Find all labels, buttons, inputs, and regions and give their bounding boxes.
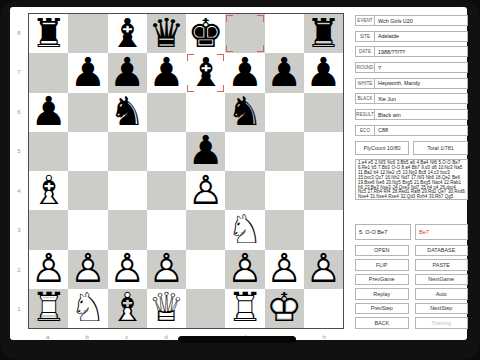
paste-button[interactable]: PASTE	[415, 259, 469, 271]
piece-white-pawn: ♟♙	[68, 250, 107, 289]
current-move-row: 5. O-O Be7 Be7	[355, 224, 468, 240]
meta-value-result: Black win	[374, 109, 468, 120]
database-button[interactable]: DATABASE	[415, 245, 469, 257]
home-indicator	[178, 336, 296, 343]
piece-black-knight: ♞	[225, 93, 264, 132]
meta-row-date: DATE1988/??/??	[355, 46, 468, 57]
square-f1[interactable]: ♜♖	[225, 289, 264, 328]
next-game-button[interactable]: NextGame	[415, 274, 469, 286]
plycount-cell: PlyCount 10/80	[355, 141, 409, 155]
square-c4[interactable]	[108, 171, 147, 210]
square-b7[interactable]: ♟	[68, 53, 107, 92]
training-button: Training	[415, 317, 469, 329]
last-move-corner-marker	[217, 54, 224, 61]
square-e5[interactable]: ♟	[186, 132, 225, 171]
square-b1[interactable]: ♞♘	[68, 289, 107, 328]
meta-value-white: Hepworth, Mandy	[374, 78, 468, 89]
piece-glyph: ♟	[70, 52, 106, 92]
last-move-corner-marker	[226, 15, 233, 22]
piece-white-queen: ♛♕	[147, 289, 186, 328]
last-move-corner-marker	[187, 54, 194, 61]
piece-glyph: ♞	[109, 91, 145, 131]
piece-glyph: ♛	[148, 13, 184, 53]
square-c5[interactable]	[108, 132, 147, 171]
piece-white-bishop: ♝♗	[29, 171, 68, 210]
meta-row-site: SITEAdelaide	[355, 31, 468, 42]
flip-button[interactable]: FLIP	[355, 259, 409, 271]
square-g5[interactable]	[265, 132, 304, 171]
total-cell: Total 1/781	[413, 141, 468, 155]
square-e8[interactable]: ♚	[186, 14, 225, 53]
square-c1[interactable]: ♝♗	[108, 289, 147, 328]
piece-outline: ♙	[227, 248, 263, 288]
square-f6[interactable]: ♞	[225, 93, 264, 132]
square-g8[interactable]	[265, 14, 304, 53]
square-d5[interactable]	[147, 132, 186, 171]
piece-white-rook: ♜♖	[225, 289, 264, 328]
piece-outline: ♙	[109, 248, 145, 288]
piece-glyph: ♟	[305, 52, 341, 92]
piece-outline: ♗	[109, 288, 145, 328]
square-d1[interactable]: ♛♕	[147, 289, 186, 328]
file-label-b: b	[68, 331, 108, 343]
meta-row-eco: ECOC88	[355, 125, 468, 136]
last-move-corner-marker	[257, 45, 264, 52]
last-move-corner-marker	[226, 45, 233, 52]
piece-black-pawn: ♟	[108, 53, 147, 92]
piece-glyph: ♜	[31, 13, 67, 53]
last-move-corner-marker	[187, 85, 194, 92]
rank-label-7: 7	[10, 53, 28, 93]
meta-value-round: ?	[374, 62, 468, 73]
piece-outline: ♙	[188, 170, 224, 210]
piece-black-pawn: ♟	[304, 53, 343, 92]
square-c7[interactable]: ♟	[108, 53, 147, 92]
meta-label-site: SITE	[355, 31, 374, 42]
count-row: PlyCount 10/80 Total 1/781	[355, 141, 468, 155]
square-d2[interactable]: ♟♙	[147, 250, 186, 289]
square-a4[interactable]: ♝♗	[29, 171, 68, 210]
piece-outline: ♙	[70, 248, 106, 288]
rank-label-8: 8	[10, 13, 28, 53]
meta-value-date: 1988/??/??	[374, 46, 468, 57]
square-a2[interactable]: ♟♙	[29, 250, 68, 289]
square-a8[interactable]: ♜	[29, 14, 68, 53]
piece-white-bishop: ♝♗	[108, 289, 147, 328]
next-step-button[interactable]: NextStep	[415, 303, 469, 315]
square-d3[interactable]	[147, 210, 186, 249]
file-label-h: h	[305, 331, 345, 343]
back-button[interactable]: BACK	[355, 317, 409, 329]
square-h4[interactable]	[304, 171, 343, 210]
file-label-a: a	[28, 331, 68, 343]
rank-labels: 87654321	[10, 13, 28, 329]
square-h2[interactable]: ♟♙	[304, 250, 343, 289]
meta-label-date: DATE	[355, 46, 374, 57]
square-b2[interactable]: ♟♙	[68, 250, 107, 289]
square-b4[interactable]	[68, 171, 107, 210]
square-f5[interactable]	[225, 132, 264, 171]
piece-black-bishop: ♝	[108, 14, 147, 53]
piece-outline: ♙	[266, 248, 302, 288]
square-e1[interactable]	[186, 289, 225, 328]
last-move-corner-marker	[217, 85, 224, 92]
square-e2[interactable]	[186, 250, 225, 289]
square-b3[interactable]	[68, 210, 107, 249]
square-b6[interactable]	[68, 93, 107, 132]
piece-outline: ♙	[305, 248, 341, 288]
piece-white-pawn: ♟♙	[29, 250, 68, 289]
piece-black-pawn: ♟	[265, 53, 304, 92]
app-screen: 87654321 ♜♝♛♚♜♟♟♟♝♟♟♟♟♞♞♟♝♗♟♙♞♘♟♙♟♙♟♙♟♙♟…	[10, 7, 467, 340]
open-button[interactable]: OPEN	[355, 245, 409, 257]
piece-white-pawn: ♟♙	[304, 250, 343, 289]
meta-value-black: Xie Jun	[374, 93, 468, 104]
piece-glyph: ♚	[188, 13, 224, 53]
piece-black-rook: ♜	[29, 14, 68, 53]
square-b5[interactable]	[68, 132, 107, 171]
piece-black-pawn: ♟	[186, 132, 225, 171]
piece-glyph: ♟	[148, 52, 184, 92]
meta-label-round: ROUND	[355, 62, 374, 73]
rank-label-5: 5	[10, 132, 28, 172]
square-g2[interactable]: ♟♙	[265, 250, 304, 289]
piece-black-knight: ♞	[108, 93, 147, 132]
square-f4[interactable]	[225, 171, 264, 210]
piece-outline: ♔	[266, 288, 302, 328]
piece-outline: ♕	[148, 288, 184, 328]
meta-table: EVENTWch Girls U20SITEAdelaideDATE1988/?…	[355, 15, 468, 136]
square-c8[interactable]: ♝	[108, 14, 147, 53]
piece-white-knight: ♞♘	[225, 210, 264, 249]
meta-label-event: EVENT	[355, 15, 374, 26]
piece-outline: ♖	[31, 288, 67, 328]
piece-outline: ♘	[70, 288, 106, 328]
square-e7[interactable]: ♝	[186, 53, 225, 92]
rank-label-3: 3	[10, 211, 28, 251]
piece-glyph: ♟	[188, 131, 224, 171]
square-f7[interactable]: ♟	[225, 53, 264, 92]
movetext-box: 1.e4 e5 2.Nf3 Nc6 3.Bb5 a6 4.Ba4 Nf6 5.O…	[355, 159, 468, 200]
square-d4[interactable]	[147, 171, 186, 210]
square-d6[interactable]	[147, 93, 186, 132]
square-c2[interactable]: ♟♙	[108, 250, 147, 289]
piece-outline: ♖	[227, 288, 263, 328]
piece-white-rook: ♜♖	[29, 289, 68, 328]
file-label-c: c	[107, 331, 147, 343]
current-move-display: 5. O-O Be7	[355, 224, 411, 240]
piece-black-pawn: ♟	[225, 53, 264, 92]
prev-step-button[interactable]: PrevStep	[355, 303, 409, 315]
rank-label-2: 2	[10, 250, 28, 290]
meta-row-event: EVENTWch Girls U20	[355, 15, 468, 26]
auto-button[interactable]: Auto	[415, 288, 469, 300]
rank-label-1: 1	[10, 290, 28, 330]
piece-outline: ♙	[148, 248, 184, 288]
square-a5[interactable]	[29, 132, 68, 171]
square-g7[interactable]: ♟	[265, 53, 304, 92]
square-d8[interactable]: ♛	[147, 14, 186, 53]
piece-black-queen: ♛	[147, 14, 186, 53]
piece-black-king: ♚	[186, 14, 225, 53]
piece-black-rook: ♜	[304, 14, 343, 53]
piece-white-king: ♚♔	[265, 289, 304, 328]
square-g3[interactable]	[265, 210, 304, 249]
meta-value-eco: C88	[374, 125, 468, 136]
piece-white-knight: ♞♘	[68, 289, 107, 328]
square-a1[interactable]: ♜♖	[29, 289, 68, 328]
square-e3[interactable]	[186, 210, 225, 249]
square-c3[interactable]	[108, 210, 147, 249]
piece-white-pawn: ♟♙	[225, 250, 264, 289]
piece-black-pawn: ♟	[29, 93, 68, 132]
piece-outline: ♙	[31, 248, 67, 288]
piece-glyph: ♞	[227, 91, 263, 131]
last-move-corner-marker	[257, 15, 264, 22]
square-h8[interactable]: ♜	[304, 14, 343, 53]
piece-white-pawn: ♟♙	[265, 250, 304, 289]
square-a3[interactable]	[29, 210, 68, 249]
piece-white-pawn: ♟♙	[147, 250, 186, 289]
piece-glyph: ♟	[109, 52, 145, 92]
piece-white-pawn: ♟♙	[108, 250, 147, 289]
piece-glyph: ♜	[305, 13, 341, 53]
piece-white-pawn: ♟♙	[186, 171, 225, 210]
square-h3[interactable]	[304, 210, 343, 249]
square-f8[interactable]	[225, 14, 264, 53]
square-g1[interactable]: ♚♔	[265, 289, 304, 328]
meta-label-eco: ECO	[355, 125, 374, 136]
square-h6[interactable]	[304, 93, 343, 132]
chess-board: ♜♝♛♚♜♟♟♟♝♟♟♟♟♞♞♟♝♗♟♙♞♘♟♙♟♙♟♙♟♙♟♙♟♙♟♙♜♖♞♘…	[28, 13, 344, 329]
square-f2[interactable]: ♟♙	[225, 250, 264, 289]
meta-row-black: BLACKXie Jun	[355, 93, 468, 104]
square-g6[interactable]	[265, 93, 304, 132]
piece-outline: ♗	[31, 170, 67, 210]
rank-label-4: 4	[10, 171, 28, 211]
meta-value-site: Adelaide	[374, 31, 468, 42]
piece-glyph: ♟	[227, 52, 263, 92]
meta-value-event: Wch Girls U20	[374, 15, 468, 26]
piece-glyph: ♟	[266, 52, 302, 92]
square-e6[interactable]	[186, 93, 225, 132]
square-e4[interactable]: ♟♙	[186, 171, 225, 210]
square-d7[interactable]: ♟	[147, 53, 186, 92]
game-info-panel: EVENTWch Girls U20SITEAdelaideDATE1988/?…	[355, 15, 468, 329]
rank-label-6: 6	[10, 92, 28, 132]
piece-outline: ♘	[227, 209, 263, 249]
meta-row-round: ROUND?	[355, 62, 468, 73]
square-h7[interactable]: ♟	[304, 53, 343, 92]
current-move-highlight: Be7	[415, 224, 468, 240]
piece-black-pawn: ♟	[147, 53, 186, 92]
square-g4[interactable]	[265, 171, 304, 210]
meta-label-result: RESULT	[355, 109, 374, 120]
replay-button[interactable]: Replay	[355, 288, 409, 300]
meta-row-white: WHITEHepworth, Mandy	[355, 78, 468, 89]
piece-black-pawn: ♟	[68, 53, 107, 92]
square-h1[interactable]	[304, 289, 343, 328]
square-b8[interactable]	[68, 14, 107, 53]
square-a7[interactable]	[29, 53, 68, 92]
button-grid: OPENDATABASEFLIPPASTEPrevGameNextGameRep…	[355, 245, 468, 329]
prev-game-button[interactable]: PrevGame	[355, 274, 409, 286]
meta-row-result: RESULTBlack win	[355, 109, 468, 120]
square-a6[interactable]: ♟	[29, 93, 68, 132]
square-h5[interactable]	[304, 132, 343, 171]
piece-glyph: ♟	[31, 91, 67, 131]
square-c6[interactable]: ♞	[108, 93, 147, 132]
piece-glyph: ♝	[109, 13, 145, 53]
meta-label-white: WHITE	[355, 78, 374, 89]
square-f3[interactable]: ♞♘	[225, 210, 264, 249]
meta-label-black: BLACK	[355, 93, 374, 104]
